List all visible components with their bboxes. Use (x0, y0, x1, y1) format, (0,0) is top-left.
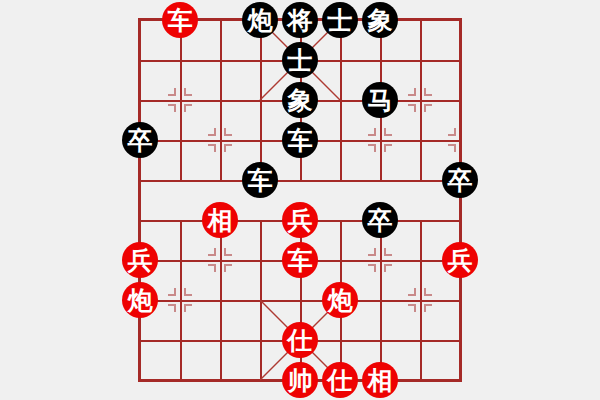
piece-red-chariot[interactable]: 车 (282, 242, 318, 278)
piece-black-soldier[interactable]: 卒 (122, 122, 158, 158)
piece-red-elephant[interactable]: 相 (202, 202, 238, 238)
pieces-layer: 车炮将士象士象马卒车车卒相兵卒兵车兵炮炮仕帅仕相 (140, 20, 460, 380)
xiangqi-app: 车炮将士象士象马卒车车卒相兵卒兵车兵炮炮仕帅仕相 (0, 0, 600, 400)
piece-black-chariot[interactable]: 车 (242, 162, 278, 198)
piece-red-elephant[interactable]: 相 (362, 362, 398, 398)
piece-black-advisor[interactable]: 士 (322, 2, 358, 38)
piece-red-soldier[interactable]: 兵 (282, 202, 318, 238)
piece-red-cannon[interactable]: 炮 (122, 282, 158, 318)
xiangqi-board[interactable]: 车炮将士象士象马卒车车卒相兵卒兵车兵炮炮仕帅仕相 (140, 20, 460, 380)
piece-black-chariot[interactable]: 车 (282, 122, 318, 158)
piece-black-soldier[interactable]: 卒 (442, 162, 478, 198)
piece-black-cannon[interactable]: 炮 (242, 2, 278, 38)
piece-black-elephant[interactable]: 象 (362, 2, 398, 38)
piece-red-advisor[interactable]: 仕 (322, 362, 358, 398)
piece-black-advisor[interactable]: 士 (282, 42, 318, 78)
piece-black-horse[interactable]: 马 (362, 82, 398, 118)
piece-red-advisor[interactable]: 仕 (282, 322, 318, 358)
piece-black-soldier[interactable]: 卒 (362, 202, 398, 238)
piece-red-cannon[interactable]: 炮 (322, 282, 358, 318)
piece-red-general[interactable]: 帅 (282, 362, 318, 398)
piece-black-elephant[interactable]: 象 (282, 82, 318, 118)
piece-red-soldier[interactable]: 兵 (442, 242, 478, 278)
piece-red-chariot[interactable]: 车 (162, 2, 198, 38)
piece-black-general[interactable]: 将 (282, 2, 318, 38)
piece-red-soldier[interactable]: 兵 (122, 242, 158, 278)
